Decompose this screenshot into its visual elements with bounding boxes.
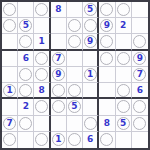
cell-r5c9[interactable]: 7 <box>132 67 148 83</box>
odd-cell-circle <box>133 100 146 113</box>
odd-cell-circle <box>35 68 48 81</box>
cell-r7c8[interactable] <box>116 99 132 115</box>
sudoku-board: 85592196799171862578516 <box>0 0 150 150</box>
given-digit: 9 <box>137 54 143 63</box>
odd-cell-circle: 1 <box>3 84 16 97</box>
odd-cell-circle: 1 <box>84 68 97 81</box>
cell-r3c6[interactable]: 9 <box>83 34 99 50</box>
odd-cell-circle <box>3 19 16 32</box>
cell-r9c6[interactable]: 6 <box>83 132 99 148</box>
cell-r8c6[interactable] <box>83 116 99 132</box>
cell-r9c7[interactable] <box>99 132 115 148</box>
cell-r2c2[interactable]: 5 <box>18 18 34 34</box>
cell-r4c1[interactable] <box>2 51 18 67</box>
cell-r8c3[interactable] <box>34 116 50 132</box>
odd-cell-circle <box>3 3 16 16</box>
cell-r6c8[interactable] <box>116 83 132 99</box>
cell-r4c7[interactable] <box>99 51 115 67</box>
cell-r2c9[interactable] <box>132 18 148 34</box>
cell-r5c6[interactable]: 1 <box>83 67 99 83</box>
odd-cell-circle <box>35 52 48 65</box>
given-digit: 8 <box>104 119 110 128</box>
cell-r8c1[interactable]: 7 <box>2 116 18 132</box>
cell-r9c5[interactable] <box>67 132 83 148</box>
cell-r5c1[interactable] <box>2 67 18 83</box>
odd-cell-circle <box>68 84 81 97</box>
cell-r4c9[interactable]: 9 <box>132 51 148 67</box>
odd-cell-circle <box>19 68 32 81</box>
cell-r6c7[interactable] <box>99 83 115 99</box>
cell-r1c7[interactable] <box>99 2 115 18</box>
odd-cell-circle <box>100 3 113 16</box>
cell-r7c4[interactable] <box>51 99 67 115</box>
odd-cell-circle <box>3 133 16 146</box>
given-digit: 5 <box>71 102 77 111</box>
cell-r3c9[interactable] <box>132 34 148 50</box>
cell-r1c6[interactable]: 5 <box>83 2 99 18</box>
cell-r8c8[interactable]: 5 <box>116 116 132 132</box>
cell-r4c4[interactable]: 7 <box>51 51 67 67</box>
given-digit: 6 <box>137 86 143 95</box>
given-digit: 9 <box>87 37 93 46</box>
cell-r2c6[interactable] <box>83 18 99 34</box>
cell-r3c3[interactable]: 1 <box>34 34 50 50</box>
cell-r6c5[interactable] <box>67 83 83 99</box>
cell-r8c4[interactable] <box>51 116 67 132</box>
cell-r7c6[interactable] <box>83 99 99 115</box>
cell-r5c8[interactable] <box>116 67 132 83</box>
given-digit: 7 <box>55 54 61 63</box>
given-digit: 9 <box>55 70 61 79</box>
cell-r7c7[interactable] <box>99 99 115 115</box>
given-digit: 5 <box>23 21 29 30</box>
odd-cell-circle: 1 <box>52 133 65 146</box>
cell-r1c9[interactable] <box>132 2 148 18</box>
odd-cell-circle <box>35 100 48 113</box>
cell-r4c3[interactable] <box>34 51 50 67</box>
cell-r2c5[interactable] <box>67 18 83 34</box>
cell-r3c4[interactable] <box>51 34 67 50</box>
odd-cell-circle: 7 <box>3 117 16 130</box>
cell-r8c9[interactable] <box>132 116 148 132</box>
given-digit: 8 <box>55 5 61 14</box>
odd-cell-circle <box>133 35 146 48</box>
cell-r9c9[interactable] <box>132 132 148 148</box>
cell-r9c3[interactable] <box>34 132 50 148</box>
odd-cell-circle: 9 <box>84 35 97 48</box>
given-digit: 5 <box>120 119 126 128</box>
cell-r6c3[interactable]: 8 <box>34 83 50 99</box>
odd-cell-circle <box>35 3 48 16</box>
cell-r1c4[interactable]: 8 <box>51 2 67 18</box>
odd-cell-circle: 5 <box>84 3 97 16</box>
cell-r7c5[interactable]: 5 <box>67 99 83 115</box>
given-digit: 1 <box>38 37 44 46</box>
odd-cell-circle: 7 <box>133 68 146 81</box>
given-digit: 7 <box>137 70 143 79</box>
given-digit: 6 <box>23 54 29 63</box>
given-digit: 1 <box>6 86 12 95</box>
cell-r2c3[interactable] <box>34 18 50 34</box>
odd-cell-circle: 9 <box>100 19 113 32</box>
cell-r3c7[interactable] <box>99 34 115 50</box>
given-digit: 8 <box>38 86 44 95</box>
cell-r6c9[interactable]: 6 <box>132 83 148 99</box>
odd-cell-circle <box>52 84 65 97</box>
cell-r6c2[interactable] <box>18 83 34 99</box>
cell-r4c8[interactable] <box>116 51 132 67</box>
cell-r1c1[interactable] <box>2 2 18 18</box>
given-digit: 7 <box>6 119 12 128</box>
cell-r4c2[interactable]: 6 <box>18 51 34 67</box>
cell-r2c1[interactable] <box>2 18 18 34</box>
odd-cell-circle <box>19 35 32 48</box>
given-digit: 9 <box>104 21 110 30</box>
given-digit: 1 <box>55 135 61 144</box>
cell-r8c7[interactable]: 8 <box>99 116 115 132</box>
odd-cell-circle <box>117 3 130 16</box>
odd-cell-circle <box>68 133 81 146</box>
odd-cell-circle <box>117 100 130 113</box>
odd-cell-circle <box>100 133 113 146</box>
given-digit: 1 <box>87 70 93 79</box>
odd-cell-circle <box>52 100 65 113</box>
cell-r6c6[interactable] <box>83 83 99 99</box>
cell-r9c1[interactable] <box>2 132 18 148</box>
odd-cell-circle <box>117 52 130 65</box>
odd-cell-circle <box>19 117 32 130</box>
given-digit: 6 <box>87 135 93 144</box>
given-digit: 2 <box>23 102 29 111</box>
cell-r9c8[interactable] <box>116 132 132 148</box>
odd-cell-circle: 5 <box>117 117 130 130</box>
odd-cell-circle: 5 <box>68 100 81 113</box>
cell-r3c8[interactable] <box>116 34 132 50</box>
cell-r4c6[interactable] <box>83 51 99 67</box>
cell-r7c3[interactable] <box>34 99 50 115</box>
odd-cell-circle: 5 <box>19 19 32 32</box>
cell-r2c8[interactable]: 2 <box>116 18 132 34</box>
given-digit: 5 <box>87 5 93 14</box>
cell-r5c2[interactable] <box>18 67 34 83</box>
odd-cell-circle <box>35 133 48 146</box>
odd-cell-circle <box>68 35 81 48</box>
cell-r1c2[interactable] <box>18 2 34 18</box>
cell-r6c1[interactable]: 1 <box>2 83 18 99</box>
cell-r3c1[interactable] <box>2 34 18 50</box>
odd-cell-circle <box>133 117 146 130</box>
odd-cell-circle <box>100 52 113 65</box>
cell-r1c8[interactable] <box>116 2 132 18</box>
cell-r7c9[interactable] <box>132 99 148 115</box>
cell-r6c4[interactable] <box>51 83 67 99</box>
cell-r8c5[interactable] <box>67 116 83 132</box>
odd-cell-circle <box>68 19 81 32</box>
odd-cell-circle <box>84 19 97 32</box>
cell-r2c7[interactable]: 9 <box>99 18 115 34</box>
cell-r2c4[interactable] <box>51 18 67 34</box>
cell-r3c5[interactable] <box>67 34 83 50</box>
cell-r1c3[interactable] <box>34 2 50 18</box>
cell-r9c4[interactable]: 1 <box>51 132 67 148</box>
cell-r4c5[interactable] <box>67 51 83 67</box>
cell-r5c5[interactable] <box>67 67 83 83</box>
cell-r8c2[interactable] <box>18 116 34 132</box>
odd-cell-circle: 9 <box>133 52 146 65</box>
cell-r7c1[interactable] <box>2 99 18 115</box>
cell-r9c2[interactable] <box>18 132 34 148</box>
odd-cell-circle: 7 <box>52 52 65 65</box>
odd-cell-circle <box>100 35 113 48</box>
cell-r5c3[interactable] <box>34 67 50 83</box>
odd-cell-circle <box>117 84 130 97</box>
odd-cell-circle <box>19 84 32 97</box>
given-digit: 2 <box>120 21 126 30</box>
cell-r7c2[interactable]: 2 <box>18 99 34 115</box>
cell-r3c2[interactable] <box>18 34 34 50</box>
odd-cell-circle: 9 <box>52 68 65 81</box>
odd-cell-circle <box>84 117 97 130</box>
cell-r5c7[interactable] <box>99 67 115 83</box>
cell-r5c4[interactable]: 9 <box>51 67 67 83</box>
cell-r1c5[interactable] <box>67 2 83 18</box>
